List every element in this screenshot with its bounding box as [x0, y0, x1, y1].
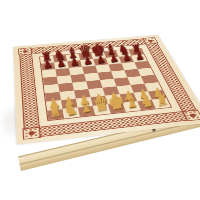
square-g4 [127, 76, 144, 85]
chess-board-box: ♜♞♝♛♚♝♞♜♟♟♟♟♟♟♟♟♟♟♟♟♟♟♟♟♜♞♝♛♚♝♞♜ [13, 35, 200, 144]
square-c6 [69, 67, 84, 75]
square-e2: ♟ [105, 94, 123, 104]
square-d6 [82, 66, 97, 74]
square-d4 [86, 80, 102, 89]
ornament-corner-top-left [18, 48, 32, 56]
photo-background: ♜♞♝♛♚♝♞♜♟♟♟♟♟♟♟♟♟♟♟♟♟♟♟♟♜♞♝♛♚♝♞♜ [0, 0, 200, 200]
square-e1: ♚ [108, 103, 126, 114]
square-d7: ♟ [80, 59, 95, 67]
square-e5 [98, 71, 114, 80]
square-c1: ♝ [78, 106, 96, 117]
square-c5 [70, 74, 86, 83]
ornament-border-left [19, 53, 40, 130]
square-g3 [131, 84, 148, 93]
square-b1: ♞ [63, 107, 80, 118]
chess-board: ♜♞♝♛♚♝♞♜♟♟♟♟♟♟♟♟♟♟♟♟♟♟♟♟♜♞♝♛♚♝♞♜ [40, 48, 171, 120]
square-d2: ♟ [91, 96, 108, 106]
square-a1: ♜ [47, 109, 64, 120]
square-f1: ♝ [123, 101, 141, 111]
square-b5 [57, 75, 72, 84]
ornament-corner-top-right [142, 37, 158, 44]
square-h6 [134, 61, 150, 69]
ornament-corner-bottom-left [22, 127, 41, 140]
square-h1: ♜ [152, 98, 171, 108]
piece-white-rook-h1: ♜ [155, 92, 169, 108]
square-a5 [43, 77, 58, 86]
